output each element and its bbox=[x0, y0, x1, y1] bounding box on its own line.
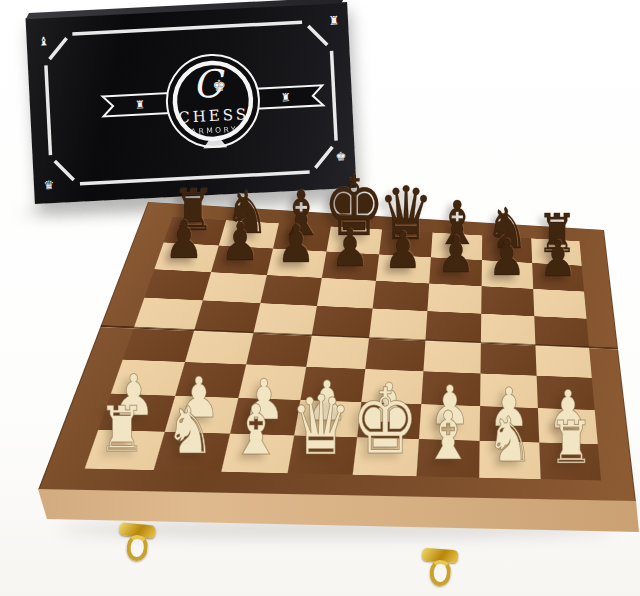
square-a7 bbox=[154, 242, 218, 272]
square-h8 bbox=[531, 238, 581, 265]
square-g3 bbox=[480, 374, 538, 409]
square-a2 bbox=[98, 394, 175, 432]
square-d4 bbox=[306, 335, 369, 369]
square-a8 bbox=[164, 217, 226, 245]
square-f7 bbox=[429, 257, 482, 286]
square-d8 bbox=[326, 226, 382, 254]
square-c6 bbox=[260, 275, 321, 306]
square-a5 bbox=[134, 298, 203, 331]
monogram-king-icon: ♚ bbox=[212, 76, 226, 95]
square-a6 bbox=[144, 269, 211, 300]
square-c3 bbox=[238, 364, 306, 400]
rook-icon: ♜ bbox=[328, 13, 339, 28]
box-artwork: ♝ ♜ ♛ ♚ ♜ ♜ C ♚ CHESS ARMORY bbox=[26, 2, 357, 204]
square-e2 bbox=[357, 402, 421, 439]
square-a1 bbox=[85, 430, 165, 470]
brand-logo: C ♚ CHESS ARMORY bbox=[165, 53, 262, 151]
square-h5 bbox=[534, 316, 589, 347]
square-g4 bbox=[480, 343, 536, 376]
square-h7 bbox=[532, 263, 584, 292]
square-a3 bbox=[111, 360, 185, 396]
brand-name: CHESS bbox=[178, 105, 250, 127]
square-e3 bbox=[361, 369, 423, 404]
square-g2 bbox=[480, 406, 540, 442]
square-h1 bbox=[539, 443, 601, 481]
square-f1 bbox=[417, 439, 480, 478]
brass-clasp-left bbox=[114, 522, 160, 568]
square-c1 bbox=[221, 434, 294, 474]
square-g5 bbox=[481, 314, 536, 345]
chess-board-surface bbox=[38, 202, 636, 502]
square-e6 bbox=[373, 281, 430, 311]
square-d6 bbox=[317, 278, 376, 309]
square-b8 bbox=[219, 220, 279, 248]
square-h2 bbox=[538, 408, 598, 444]
square-e7 bbox=[376, 254, 431, 283]
bishop-icon: ♝ bbox=[38, 34, 49, 49]
square-g7 bbox=[482, 260, 534, 289]
square-h6 bbox=[533, 289, 586, 319]
square-h4 bbox=[535, 345, 591, 378]
square-d5 bbox=[312, 306, 373, 338]
square-b7 bbox=[211, 246, 273, 276]
square-c2 bbox=[230, 398, 300, 436]
queen-icon: ♛ bbox=[43, 178, 54, 193]
square-b6 bbox=[203, 272, 267, 303]
square-d3 bbox=[300, 367, 365, 402]
square-f5 bbox=[425, 311, 481, 343]
square-f4 bbox=[423, 340, 480, 373]
square-e5 bbox=[369, 309, 427, 341]
square-e8 bbox=[379, 230, 432, 258]
ribbon-rook-icon-right: ♜ bbox=[281, 91, 292, 104]
square-f8 bbox=[431, 233, 482, 261]
square-c4 bbox=[246, 333, 312, 367]
chess-board bbox=[85, 217, 601, 480]
king-icon: ♚ bbox=[335, 149, 346, 164]
square-f6 bbox=[427, 284, 481, 314]
square-c8 bbox=[273, 223, 331, 251]
square-g1 bbox=[479, 441, 541, 479]
clasp-loop-icon bbox=[429, 559, 452, 586]
square-c7 bbox=[267, 249, 327, 278]
square-f3 bbox=[421, 371, 480, 406]
square-d2 bbox=[294, 400, 361, 437]
chess-armory-box: ♝ ♜ ♛ ♚ ♜ ♜ C ♚ CHESS ARMORY bbox=[26, 2, 357, 204]
square-g8 bbox=[482, 235, 532, 263]
square-h3 bbox=[537, 376, 595, 410]
square-b2 bbox=[165, 396, 239, 434]
ribbon-rook-icon-left: ♜ bbox=[135, 98, 146, 111]
clasp-loop-icon bbox=[125, 534, 149, 562]
product-photo-scene: ♝ ♜ ♛ ♚ ♜ ♜ C ♚ CHESS ARMORY bbox=[0, 0, 640, 596]
square-c5 bbox=[253, 303, 316, 335]
square-e4 bbox=[365, 338, 425, 371]
square-e1 bbox=[353, 437, 419, 476]
square-b4 bbox=[185, 330, 253, 364]
brass-clasp-right bbox=[418, 548, 463, 593]
square-d7 bbox=[322, 252, 379, 281]
square-b5 bbox=[194, 300, 260, 332]
square-b3 bbox=[175, 362, 246, 398]
square-d1 bbox=[288, 435, 358, 474]
square-b1 bbox=[154, 432, 230, 472]
square-g6 bbox=[481, 286, 534, 316]
square-a4 bbox=[123, 328, 194, 362]
square-f2 bbox=[419, 404, 480, 441]
